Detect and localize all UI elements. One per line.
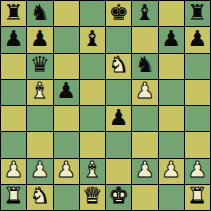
- square-e4[interactable]: ♟: [106, 106, 131, 131]
- piece-black-knight[interactable]: ♞: [135, 54, 155, 76]
- piece-black-bishop[interactable]: ♝: [135, 2, 155, 24]
- square-b4[interactable]: [27, 106, 52, 131]
- square-c4[interactable]: [54, 106, 79, 131]
- piece-white-rook[interactable]: ♜: [4, 185, 24, 207]
- square-e1[interactable]: ♚: [106, 185, 131, 210]
- square-d6[interactable]: [80, 54, 105, 79]
- piece-white-rook[interactable]: ♜: [188, 185, 208, 207]
- piece-white-pawn[interactable]: ♟: [135, 80, 155, 102]
- square-e6[interactable]: ♞: [106, 54, 131, 79]
- piece-black-queen[interactable]: ♛: [30, 54, 50, 76]
- piece-white-knight[interactable]: ♞: [109, 54, 129, 76]
- piece-white-pawn[interactable]: ♟: [56, 159, 76, 181]
- piece-black-pawn[interactable]: ♟: [56, 80, 76, 102]
- square-d3[interactable]: [80, 132, 105, 157]
- square-e3[interactable]: [106, 132, 131, 157]
- piece-black-knight[interactable]: ♞: [30, 2, 50, 24]
- piece-black-king[interactable]: ♚: [109, 2, 129, 24]
- square-d5[interactable]: [80, 80, 105, 105]
- square-h8[interactable]: ♜: [185, 1, 210, 26]
- square-f3[interactable]: [132, 132, 157, 157]
- square-h6[interactable]: [185, 54, 210, 79]
- square-e7[interactable]: [106, 27, 131, 52]
- piece-white-pawn[interactable]: ♟: [30, 159, 50, 181]
- piece-white-pawn[interactable]: ♟: [135, 159, 155, 181]
- piece-black-pawn[interactable]: ♟: [4, 28, 24, 50]
- square-g7[interactable]: ♟: [159, 27, 184, 52]
- square-c7[interactable]: [54, 27, 79, 52]
- square-b3[interactable]: [27, 132, 52, 157]
- piece-white-bishop[interactable]: ♝: [83, 159, 103, 181]
- piece-black-pawn[interactable]: ♟: [161, 28, 181, 50]
- square-b6[interactable]: ♛: [27, 54, 52, 79]
- square-f5[interactable]: ♟: [132, 80, 157, 105]
- square-b8[interactable]: ♞: [27, 1, 52, 26]
- square-c8[interactable]: [54, 1, 79, 26]
- square-b1[interactable]: ♞: [27, 185, 52, 210]
- square-f6[interactable]: ♞: [132, 54, 157, 79]
- square-e5[interactable]: [106, 80, 131, 105]
- piece-white-bishop[interactable]: ♝: [30, 80, 50, 102]
- square-a5[interactable]: [1, 80, 26, 105]
- chess-board: ♜♞♚♝♜♟♟♝♟♟♛♞♞♝♟♟♟♟♟♟♝♟♟♟♜♞♛♚♜: [0, 0, 211, 211]
- square-c6[interactable]: [54, 54, 79, 79]
- square-d2[interactable]: ♝: [80, 159, 105, 184]
- square-f8[interactable]: ♝: [132, 1, 157, 26]
- square-b7[interactable]: ♟: [27, 27, 52, 52]
- square-d1[interactable]: ♛: [80, 185, 105, 210]
- square-b2[interactable]: ♟: [27, 159, 52, 184]
- square-a3[interactable]: [1, 132, 26, 157]
- square-h2[interactable]: ♟: [185, 159, 210, 184]
- square-a2[interactable]: ♟: [1, 159, 26, 184]
- square-f1[interactable]: [132, 185, 157, 210]
- piece-black-rook[interactable]: ♜: [4, 2, 24, 24]
- square-g3[interactable]: [159, 132, 184, 157]
- square-g4[interactable]: [159, 106, 184, 131]
- piece-white-king[interactable]: ♚: [109, 185, 129, 207]
- square-c3[interactable]: [54, 132, 79, 157]
- piece-black-pawn[interactable]: ♟: [109, 107, 129, 129]
- piece-black-pawn[interactable]: ♟: [188, 28, 208, 50]
- square-a4[interactable]: [1, 106, 26, 131]
- square-e8[interactable]: ♚: [106, 1, 131, 26]
- piece-black-rook[interactable]: ♜: [188, 2, 208, 24]
- piece-black-bishop[interactable]: ♝: [83, 28, 103, 50]
- square-d7[interactable]: ♝: [80, 27, 105, 52]
- piece-white-pawn[interactable]: ♟: [161, 159, 181, 181]
- square-g6[interactable]: [159, 54, 184, 79]
- square-c5[interactable]: ♟: [54, 80, 79, 105]
- square-f2[interactable]: ♟: [132, 159, 157, 184]
- square-a1[interactable]: ♜: [1, 185, 26, 210]
- square-a7[interactable]: ♟: [1, 27, 26, 52]
- piece-black-pawn[interactable]: ♟: [30, 28, 50, 50]
- piece-white-queen[interactable]: ♛: [83, 185, 103, 207]
- square-e2[interactable]: [106, 159, 131, 184]
- square-f7[interactable]: [132, 27, 157, 52]
- piece-white-knight[interactable]: ♞: [30, 185, 50, 207]
- square-a8[interactable]: ♜: [1, 1, 26, 26]
- square-c1[interactable]: [54, 185, 79, 210]
- square-g8[interactable]: [159, 1, 184, 26]
- square-g2[interactable]: ♟: [159, 159, 184, 184]
- piece-white-pawn[interactable]: ♟: [4, 159, 24, 181]
- square-b5[interactable]: ♝: [27, 80, 52, 105]
- square-h5[interactable]: [185, 80, 210, 105]
- square-g5[interactable]: [159, 80, 184, 105]
- piece-white-pawn[interactable]: ♟: [188, 159, 208, 181]
- square-a6[interactable]: [1, 54, 26, 79]
- square-h7[interactable]: ♟: [185, 27, 210, 52]
- square-d8[interactable]: [80, 1, 105, 26]
- square-c2[interactable]: ♟: [54, 159, 79, 184]
- square-h3[interactable]: [185, 132, 210, 157]
- square-d4[interactable]: [80, 106, 105, 131]
- square-h1[interactable]: ♜: [185, 185, 210, 210]
- square-f4[interactable]: [132, 106, 157, 131]
- square-g1[interactable]: [159, 185, 184, 210]
- square-h4[interactable]: [185, 106, 210, 131]
